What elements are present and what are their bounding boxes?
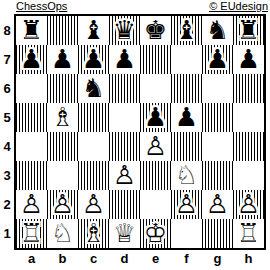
piece-white-bishop[interactable]: ♝♗ (47, 103, 78, 132)
piece-white-knight-outline: ♘ (171, 161, 202, 190)
rank-label-7: 7 (0, 45, 14, 74)
square-g8[interactable]: ♞ (202, 16, 233, 45)
piece-white-bishop-outline: ♗ (47, 103, 78, 132)
square-c3[interactable] (78, 161, 109, 190)
square-h1[interactable]: ♜♖ (233, 219, 264, 248)
piece-white-pawn-outline: ♙ (140, 132, 171, 161)
piece-black-pawn[interactable]: ♟ (47, 45, 78, 74)
rank-label-8: 8 (0, 16, 14, 45)
square-b7[interactable]: ♟ (47, 45, 78, 74)
square-g7[interactable]: ♟ (202, 45, 233, 74)
square-d6[interactable] (109, 74, 140, 103)
square-e5[interactable]: ♟ (140, 103, 171, 132)
square-a2[interactable]: ♟♙ (16, 190, 47, 219)
square-e4[interactable]: ♟♙ (140, 132, 171, 161)
piece-black-pawn[interactable]: ♟ (171, 103, 202, 132)
square-g2[interactable]: ♟♙ (202, 190, 233, 219)
app-title[interactable]: ChessOps (16, 0, 67, 12)
piece-white-knight[interactable]: ♞♘ (171, 161, 202, 190)
square-f1[interactable] (171, 219, 202, 248)
square-f3[interactable]: ♞♘ (171, 161, 202, 190)
piece-white-bishop-outline: ♗ (78, 219, 109, 248)
piece-white-pawn-outline: ♙ (47, 190, 78, 219)
piece-white-pawn[interactable]: ♟♙ (16, 190, 47, 219)
square-g1[interactable] (202, 219, 233, 248)
square-a8[interactable]: ♜ (16, 16, 47, 45)
square-f7[interactable] (171, 45, 202, 74)
square-c2[interactable]: ♟♙ (78, 190, 109, 219)
piece-black-pawn[interactable]: ♟ (109, 45, 140, 74)
file-label-e: e (140, 251, 171, 266)
piece-white-rook[interactable]: ♜♖ (16, 219, 47, 248)
piece-white-pawn[interactable]: ♟♙ (171, 190, 202, 219)
square-h2[interactable]: ♟♙ (233, 190, 264, 219)
piece-white-pawn-outline: ♙ (233, 190, 264, 219)
square-g6[interactable] (202, 74, 233, 103)
file-label-a: a (16, 251, 47, 266)
piece-white-king[interactable]: ♚♔ (140, 219, 171, 248)
square-b8[interactable] (47, 16, 78, 45)
piece-black-pawn[interactable]: ♟ (140, 103, 171, 132)
square-e1[interactable]: ♚♔ (140, 219, 171, 248)
piece-black-knight[interactable]: ♞ (202, 16, 233, 45)
piece-white-pawn[interactable]: ♟♙ (47, 190, 78, 219)
piece-black-bishop[interactable]: ♝ (78, 16, 109, 45)
square-d2[interactable] (109, 190, 140, 219)
square-c4[interactable] (78, 132, 109, 161)
piece-black-king[interactable]: ♚ (140, 16, 171, 45)
piece-white-pawn-outline: ♙ (202, 190, 233, 219)
piece-white-pawn-outline: ♙ (78, 190, 109, 219)
square-f5[interactable]: ♟ (171, 103, 202, 132)
square-e6[interactable] (140, 74, 171, 103)
piece-white-pawn[interactable]: ♟♙ (78, 190, 109, 219)
piece-black-pawn[interactable]: ♟ (233, 45, 264, 74)
piece-white-pawn[interactable]: ♟♙ (202, 190, 233, 219)
square-b4[interactable] (47, 132, 78, 161)
piece-white-queen[interactable]: ♛♕ (109, 219, 140, 248)
square-h4[interactable] (233, 132, 264, 161)
piece-black-rook[interactable]: ♜ (16, 16, 47, 45)
piece-white-bishop[interactable]: ♝♗ (78, 219, 109, 248)
square-e3[interactable] (140, 161, 171, 190)
piece-black-pawn[interactable]: ♟ (16, 45, 47, 74)
square-e8[interactable]: ♚ (140, 16, 171, 45)
square-g3[interactable] (202, 161, 233, 190)
square-h7[interactable]: ♟ (233, 45, 264, 74)
rank-label-4: 4 (0, 132, 14, 161)
square-g4[interactable] (202, 132, 233, 161)
square-a3[interactable] (16, 161, 47, 190)
square-b6[interactable] (47, 74, 78, 103)
rank-label-1: 1 (0, 219, 14, 248)
square-h5[interactable] (233, 103, 264, 132)
square-b3[interactable] (47, 161, 78, 190)
piece-white-king-outline: ♔ (140, 219, 171, 248)
file-labels: abcdefgh (16, 251, 264, 266)
piece-white-pawn[interactable]: ♟♙ (140, 132, 171, 161)
square-c8[interactable]: ♝ (78, 16, 109, 45)
piece-white-queen-outline: ♕ (109, 219, 140, 248)
piece-black-knight[interactable]: ♞ (78, 74, 109, 103)
square-c7[interactable]: ♟ (78, 45, 109, 74)
file-label-c: c (78, 251, 109, 266)
square-b2[interactable]: ♟♙ (47, 190, 78, 219)
piece-black-rook[interactable]: ♜ (233, 16, 264, 45)
square-e7[interactable] (140, 45, 171, 74)
square-d5[interactable] (109, 103, 140, 132)
square-d4[interactable] (109, 132, 140, 161)
square-a7[interactable]: ♟ (16, 45, 47, 74)
square-d3[interactable]: ♟♙ (109, 161, 140, 190)
rank-label-2: 2 (0, 190, 14, 219)
piece-white-pawn-outline: ♙ (109, 161, 140, 190)
square-c6[interactable]: ♞ (78, 74, 109, 103)
piece-black-pawn[interactable]: ♟ (202, 45, 233, 74)
square-d1[interactable]: ♛♕ (109, 219, 140, 248)
square-f2[interactable]: ♟♙ (171, 190, 202, 219)
piece-white-rook-outline: ♖ (233, 219, 264, 248)
piece-white-rook[interactable]: ♜♖ (233, 219, 264, 248)
credit-link[interactable]: © EUdesign (209, 0, 268, 12)
square-a4[interactable] (16, 132, 47, 161)
square-g5[interactable] (202, 103, 233, 132)
square-d8[interactable]: ♛ (109, 16, 140, 45)
piece-white-pawn[interactable]: ♟♙ (109, 161, 140, 190)
piece-white-pawn-outline: ♙ (171, 190, 202, 219)
piece-white-knight[interactable]: ♞♘ (47, 219, 78, 248)
square-e2[interactable] (140, 190, 171, 219)
file-label-h: h (233, 251, 264, 266)
piece-black-bishop[interactable]: ♝ (171, 16, 202, 45)
square-f6[interactable] (171, 74, 202, 103)
rank-label-3: 3 (0, 161, 14, 190)
square-a5[interactable] (16, 103, 47, 132)
square-f4[interactable] (171, 132, 202, 161)
piece-white-pawn-outline: ♙ (16, 190, 47, 219)
piece-white-knight-outline: ♘ (47, 219, 78, 248)
rank-label-6: 6 (0, 74, 14, 103)
chess-board: ♜♝♛♚♝♞♜♟♟♟♟♟♟♞♝♗♟♟♟♙♟♙♞♘♟♙♟♙♟♙♟♙♟♙♟♙♜♖♞♘… (14, 14, 266, 250)
file-label-g: g (202, 251, 233, 266)
square-b5[interactable]: ♝♗ (47, 103, 78, 132)
file-label-f: f (171, 251, 202, 266)
rank-label-5: 5 (0, 103, 14, 132)
piece-black-queen[interactable]: ♛ (109, 16, 140, 45)
square-f8[interactable]: ♝ (171, 16, 202, 45)
piece-white-pawn[interactable]: ♟♙ (233, 190, 264, 219)
square-a6[interactable] (16, 74, 47, 103)
square-d7[interactable]: ♟ (109, 45, 140, 74)
piece-black-pawn[interactable]: ♟ (78, 45, 109, 74)
square-a1[interactable]: ♜♖ (16, 219, 47, 248)
file-label-d: d (109, 251, 140, 266)
rank-labels: 87654321 (0, 16, 14, 248)
piece-white-rook-outline: ♖ (16, 219, 47, 248)
square-h6[interactable] (233, 74, 264, 103)
file-label-b: b (47, 251, 78, 266)
square-c5[interactable] (78, 103, 109, 132)
square-c1[interactable]: ♝♗ (78, 219, 109, 248)
square-h8[interactable]: ♜ (233, 16, 264, 45)
square-b1[interactable]: ♞♘ (47, 219, 78, 248)
square-h3[interactable] (233, 161, 264, 190)
